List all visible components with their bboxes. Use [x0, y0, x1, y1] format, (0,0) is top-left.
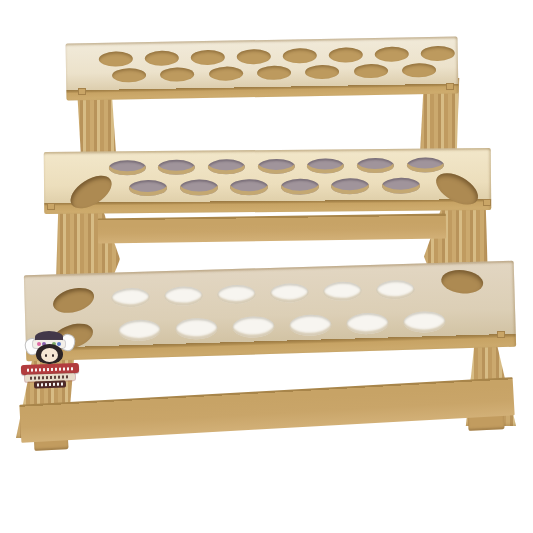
top-tier-hole	[283, 48, 317, 64]
top-tier-hole	[305, 65, 339, 80]
middle-tier-hole	[307, 158, 344, 173]
top-tier-hole	[191, 49, 225, 65]
bottom-tier-hole	[111, 287, 150, 307]
top-tier-hole	[329, 47, 363, 63]
top-shelf	[66, 37, 459, 101]
middle-tier-hole	[65, 169, 117, 214]
middle-tier-hole	[381, 178, 419, 194]
bottom-tier-hole	[346, 312, 389, 334]
bottom-tier-hole	[323, 281, 362, 301]
middle-tier-hole	[257, 158, 294, 173]
bottom-tier-hole	[289, 314, 332, 336]
middle-tier-hole	[280, 179, 318, 195]
middle-tier-hole	[230, 179, 268, 195]
bottom-tier-hole	[440, 268, 484, 295]
joint-tab	[47, 203, 55, 210]
top-tier-hole	[353, 64, 387, 79]
joint-tab	[483, 199, 491, 206]
middle-tier-hole	[158, 159, 195, 174]
bottom-shelf	[24, 261, 516, 361]
top-tier-hole	[402, 63, 436, 78]
bottom-tier-hole	[270, 282, 309, 302]
top-tier-hole	[375, 46, 409, 62]
bottom-tier-hole	[376, 279, 415, 299]
middle-tier-hole	[179, 179, 217, 195]
top-tier-hole	[209, 66, 243, 81]
logo-eye	[45, 354, 47, 357]
bottom-tier-hole	[175, 317, 218, 339]
top-tier-hole	[99, 51, 133, 67]
middle-tier-hole	[129, 180, 167, 196]
middle-tier-hole	[331, 178, 369, 194]
middle-tier-hole	[431, 166, 483, 210]
brand-watermark-logo	[18, 328, 82, 390]
bottom-tier-hole	[164, 285, 203, 305]
logo-illegible-text	[27, 367, 73, 372]
logo-bottom-strip	[34, 380, 66, 388]
middle-tier-hole	[208, 159, 245, 174]
joint-tab	[78, 88, 86, 95]
top-tier-hole	[421, 45, 455, 61]
logo-illegible-text	[30, 375, 70, 379]
middle-shelf	[44, 148, 492, 214]
top-tier-hole	[237, 48, 271, 64]
middle-tier-stretcher-rail	[98, 214, 446, 244]
bottom-front-rail	[19, 377, 514, 443]
middle-tier-hole	[357, 157, 394, 172]
joint-tab	[446, 83, 454, 90]
middle-tier-hole	[406, 157, 443, 172]
bottom-tier-hole	[403, 310, 446, 332]
top-tier-hole	[112, 68, 146, 83]
logo-illegible-text	[37, 383, 63, 387]
logo-eye	[52, 354, 54, 357]
top-tier-hole	[257, 65, 291, 80]
top-tier-hole	[160, 67, 194, 82]
middle-tier-hole	[108, 160, 145, 175]
bottom-tier-hole	[232, 315, 275, 337]
product-photo-stage	[0, 0, 533, 533]
logo-character-face	[41, 348, 58, 362]
bottom-tier-hole	[50, 283, 97, 317]
bottom-tier-hole	[217, 284, 256, 304]
bottom-tier-hole	[118, 319, 161, 341]
joint-tab	[497, 331, 505, 338]
top-tier-hole	[145, 50, 179, 66]
